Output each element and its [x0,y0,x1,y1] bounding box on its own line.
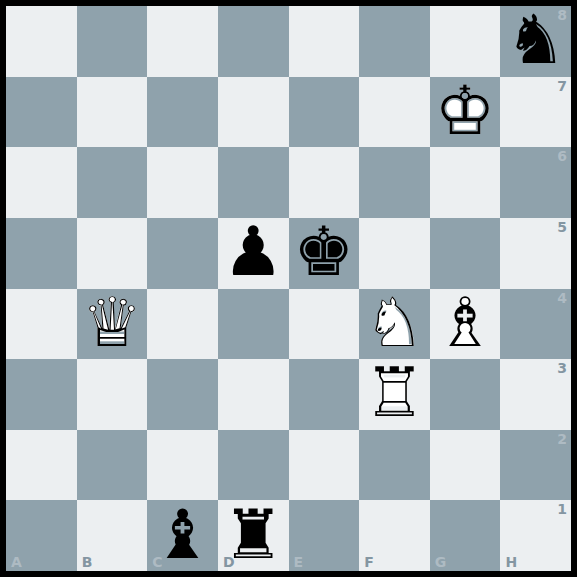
piece-glyph-outline: ♔ [435,77,496,145]
square-a7[interactable] [6,77,77,148]
square-e2[interactable] [289,430,360,501]
square-e7[interactable] [289,77,360,148]
black-pawn[interactable]: ♟ [218,218,289,289]
rank-label-5: 5 [557,220,567,234]
black-knight[interactable]: ♞ [500,6,571,77]
square-a4[interactable] [6,289,77,360]
file-label-h: H [505,555,517,569]
square-f1[interactable]: F [359,500,430,571]
white-king[interactable]: ♚♔ [430,77,501,148]
square-c6[interactable] [147,147,218,218]
rank-label-2: 2 [557,432,567,446]
white-queen[interactable]: ♛♕ [77,289,148,360]
white-knight[interactable]: ♞♘ [359,289,430,360]
square-g8[interactable] [430,6,501,77]
white-bishop[interactable]: ♝♗ [430,289,501,360]
square-h1[interactable]: 1H [500,500,571,571]
square-g3[interactable] [430,359,501,430]
square-a5[interactable] [6,218,77,289]
square-b5[interactable] [77,218,148,289]
square-d4[interactable] [218,289,289,360]
chess-board: 8♞♚♔76♟♚5♛♕♞♘♝♗4♜♖32ABC♝D♜EFG1H [0,0,577,577]
file-label-f: F [364,555,374,569]
square-h7[interactable]: 7 [500,77,571,148]
square-b8[interactable] [77,6,148,77]
square-a3[interactable] [6,359,77,430]
file-label-e: E [294,555,304,569]
square-h4[interactable]: 4 [500,289,571,360]
square-a1[interactable]: A [6,500,77,571]
square-e8[interactable] [289,6,360,77]
square-e5[interactable]: ♚ [289,218,360,289]
rank-label-7: 7 [557,79,567,93]
square-a6[interactable] [6,147,77,218]
square-c4[interactable] [147,289,218,360]
square-h8[interactable]: 8♞ [500,6,571,77]
piece-glyph-outline: ♘ [364,288,425,356]
square-h5[interactable]: 5 [500,218,571,289]
square-d3[interactable] [218,359,289,430]
square-b3[interactable] [77,359,148,430]
square-h3[interactable]: 3 [500,359,571,430]
square-c7[interactable] [147,77,218,148]
square-b4[interactable]: ♛♕ [77,289,148,360]
square-e1[interactable]: E [289,500,360,571]
square-e4[interactable] [289,289,360,360]
square-d6[interactable] [218,147,289,218]
square-c2[interactable] [147,430,218,501]
piece-glyph-fill: ♝ [435,288,496,356]
square-b6[interactable] [77,147,148,218]
square-h2[interactable]: 2 [500,430,571,501]
square-f7[interactable] [359,77,430,148]
black-bishop[interactable]: ♝ [147,500,218,571]
file-label-b: B [82,555,93,569]
square-b2[interactable] [77,430,148,501]
square-a8[interactable] [6,6,77,77]
square-b7[interactable] [77,77,148,148]
piece-glyph: ♟ [223,218,284,286]
square-g5[interactable] [430,218,501,289]
piece-glyph-outline: ♗ [435,288,496,356]
file-label-g: G [435,555,447,569]
piece-glyph: ♝ [152,500,213,568]
piece-glyph-outline: ♕ [81,288,142,356]
square-f5[interactable] [359,218,430,289]
square-c8[interactable] [147,6,218,77]
square-d2[interactable] [218,430,289,501]
file-label-a: A [11,555,22,569]
piece-glyph: ♚ [293,218,354,286]
square-g2[interactable] [430,430,501,501]
square-a2[interactable] [6,430,77,501]
square-g4[interactable]: ♝♗ [430,289,501,360]
white-rook[interactable]: ♜♖ [359,359,430,430]
square-c3[interactable] [147,359,218,430]
piece-glyph-fill: ♚ [435,77,496,145]
square-f8[interactable] [359,6,430,77]
piece-glyph-fill: ♛ [81,288,142,356]
piece-glyph-fill: ♞ [364,288,425,356]
square-g6[interactable] [430,147,501,218]
square-f2[interactable] [359,430,430,501]
square-c1[interactable]: C♝ [147,500,218,571]
piece-glyph: ♞ [505,6,566,74]
piece-glyph-outline: ♖ [364,359,425,427]
square-b1[interactable]: B [77,500,148,571]
rank-label-6: 6 [557,149,567,163]
square-d1[interactable]: D♜ [218,500,289,571]
black-rook[interactable]: ♜ [218,500,289,571]
square-g1[interactable]: G [430,500,501,571]
square-g7[interactable]: ♚♔ [430,77,501,148]
black-king[interactable]: ♚ [289,218,360,289]
square-e3[interactable] [289,359,360,430]
piece-glyph: ♜ [223,500,284,568]
square-f6[interactable] [359,147,430,218]
square-f3[interactable]: ♜♖ [359,359,430,430]
square-c5[interactable] [147,218,218,289]
rank-label-1: 1 [557,502,567,516]
square-e6[interactable] [289,147,360,218]
rank-label-3: 3 [557,361,567,375]
piece-glyph-fill: ♜ [364,359,425,427]
square-d8[interactable] [218,6,289,77]
square-f4[interactable]: ♞♘ [359,289,430,360]
square-d5[interactable]: ♟ [218,218,289,289]
square-h6[interactable]: 6 [500,147,571,218]
square-d7[interactable] [218,77,289,148]
rank-label-4: 4 [557,291,567,305]
